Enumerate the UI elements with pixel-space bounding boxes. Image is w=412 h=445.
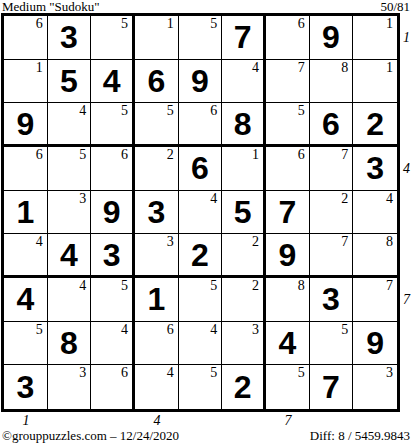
row-band-label-4: 4 [403, 162, 410, 176]
cell-r5c6[interactable]: 5 [222, 191, 266, 235]
pencil-mark: 6 [167, 323, 174, 337]
cell-r6c8[interactable]: 7 [310, 234, 354, 278]
pencil-mark: 6 [121, 148, 128, 162]
cell-r8c6[interactable]: 3 [222, 322, 266, 366]
cell-r1c4[interactable]: 1 [135, 16, 179, 60]
pencil-mark: 4 [167, 366, 174, 380]
cell-r8c7[interactable]: 4 [266, 322, 310, 366]
pencil-mark: 5 [210, 279, 217, 293]
cell-r8c1[interactable]: 5 [4, 322, 48, 366]
cell-r3c3[interactable]: 5 [91, 103, 135, 147]
cell-r7c6[interactable]: 2 [222, 278, 266, 322]
pencil-mark: 5 [167, 104, 174, 118]
pencil-mark: 2 [252, 235, 259, 249]
cell-r4c2[interactable]: 5 [48, 147, 92, 191]
cell-r7c9[interactable]: 7 [353, 278, 397, 322]
cell-r6c4[interactable]: 3 [135, 234, 179, 278]
pencil-mark: 4 [121, 323, 128, 337]
given-digit: 9 [4, 103, 47, 144]
cell-r4c4[interactable]: 2 [135, 147, 179, 191]
cell-r4c7[interactable]: 6 [266, 147, 310, 191]
pencil-mark: 3 [79, 366, 86, 380]
cell-r1c7[interactable]: 6 [266, 16, 310, 60]
cell-r4c6[interactable]: 1 [222, 147, 266, 191]
given-digit: 6 [310, 103, 353, 144]
given-digit: 7 [266, 191, 309, 234]
given-digit: 2 [179, 234, 222, 275]
cell-r8c5[interactable]: 4 [179, 322, 223, 366]
given-digit: 3 [353, 147, 397, 190]
pencil-mark: 5 [121, 279, 128, 293]
pencil-mark: 6 [36, 17, 43, 31]
cell-r9c7[interactable]: 5 [266, 365, 310, 409]
cell-r3c5[interactable]: 6 [179, 103, 223, 147]
cell-r3c1[interactable]: 9 [4, 103, 48, 147]
pencil-mark: 8 [298, 279, 305, 293]
cell-r2c4[interactable]: 6 [135, 60, 179, 104]
cell-r5c4[interactable]: 3 [135, 191, 179, 235]
pencil-mark: 7 [298, 61, 305, 75]
pencil-mark: 5 [341, 323, 348, 337]
pencil-mark: 5 [298, 366, 305, 380]
pencil-mark: 5 [79, 148, 86, 162]
given-digit: 3 [4, 365, 47, 409]
cell-r7c5[interactable]: 5 [179, 278, 223, 322]
given-digit: 7 [222, 16, 263, 59]
pencil-mark: 7 [341, 148, 348, 162]
cell-r2c8[interactable]: 8 [310, 60, 354, 104]
given-digit: 8 [222, 103, 263, 144]
cell-r9c9[interactable]: 3 [353, 365, 397, 409]
col-band-label-1: 1 [23, 414, 30, 428]
cell-r9c6[interactable]: 2 [222, 365, 266, 409]
cell-r6c3[interactable]: 3 [91, 234, 135, 278]
given-digit: 4 [266, 322, 309, 365]
cell-r5c2[interactable]: 3 [48, 191, 92, 235]
cell-r3c6[interactable]: 8 [222, 103, 266, 147]
given-digit: 3 [135, 191, 178, 234]
pencil-mark: 5 [36, 323, 43, 337]
cell-r7c8[interactable]: 3 [310, 278, 354, 322]
cell-r7c1[interactable]: 4 [4, 278, 48, 322]
pencil-mark: 5 [121, 104, 128, 118]
cell-r5c8[interactable]: 2 [310, 191, 354, 235]
pencil-mark: 6 [298, 148, 305, 162]
cell-r6c2[interactable]: 4 [48, 234, 92, 278]
given-digit: 9 [310, 16, 353, 59]
cell-r3c2[interactable]: 4 [48, 103, 92, 147]
pencil-mark: 8 [386, 235, 393, 249]
pencil-mark: 1 [167, 17, 174, 31]
given-digit: 4 [4, 278, 47, 321]
cell-r3c9[interactable]: 2 [353, 103, 397, 147]
given-digit: 4 [48, 234, 91, 275]
cell-r5c1[interactable]: 1 [4, 191, 48, 235]
given-digit: 3 [310, 278, 353, 321]
cell-r3c7[interactable]: 5 [266, 103, 310, 147]
pencil-mark: 1 [252, 148, 259, 162]
pencil-mark: 4 [210, 192, 217, 206]
pencil-mark: 1 [386, 61, 393, 75]
pencil-mark: 7 [341, 235, 348, 249]
cell-r8c3[interactable]: 4 [91, 322, 135, 366]
pencil-mark: 3 [386, 366, 393, 380]
cell-r5c3[interactable]: 9 [91, 191, 135, 235]
cell-r2c5[interactable]: 9 [179, 60, 223, 104]
cell-r3c4[interactable]: 5 [135, 103, 179, 147]
cell-r1c5[interactable]: 5 [179, 16, 223, 60]
given-digit: 9 [266, 234, 309, 275]
cell-r1c6[interactable]: 7 [222, 16, 266, 60]
pencil-mark: 5 [210, 366, 217, 380]
sudoku-board: 6351576911546947819455685626562616731393… [1, 13, 400, 412]
cell-r1c3[interactable]: 5 [91, 16, 135, 60]
cell-r7c7[interactable]: 8 [266, 278, 310, 322]
cell-r9c1[interactable]: 3 [4, 365, 48, 409]
given-digit: 1 [135, 278, 178, 321]
given-digit: 5 [48, 60, 91, 103]
cell-r6c5[interactable]: 2 [179, 234, 223, 278]
cell-r7c4[interactable]: 1 [135, 278, 179, 322]
cell-r7c2[interactable]: 4 [48, 278, 92, 322]
cell-r8c2[interactable]: 8 [48, 322, 92, 366]
pencil-mark: 6 [36, 148, 43, 162]
cell-r8c4[interactable]: 6 [135, 322, 179, 366]
cell-r5c9[interactable]: 4 [353, 191, 397, 235]
cell-r4c5[interactable]: 6 [179, 147, 223, 191]
copyright-text: ©grouppuzzles.com – 12/24/2020 [2, 429, 179, 443]
cell-r2c6[interactable]: 4 [222, 60, 266, 104]
pencil-mark: 2 [167, 148, 174, 162]
cell-r7c3[interactable]: 5 [91, 278, 135, 322]
col-band-label-7: 7 [285, 414, 292, 428]
cell-r6c1[interactable]: 4 [4, 234, 48, 278]
given-digit: 9 [179, 60, 222, 103]
cell-r9c3[interactable]: 6 [91, 365, 135, 409]
cell-r3c8[interactable]: 6 [310, 103, 354, 147]
pencil-mark: 5 [210, 17, 217, 31]
given-digit: 9 [91, 191, 132, 234]
pencil-mark: 3 [252, 323, 259, 337]
pencil-mark: 7 [386, 279, 393, 293]
cell-r2c9[interactable]: 1 [353, 60, 397, 104]
cell-r2c2[interactable]: 5 [48, 60, 92, 104]
given-digit: 8 [48, 322, 91, 365]
cell-r5c5[interactable]: 4 [179, 191, 223, 235]
given-digit: 4 [91, 60, 132, 103]
given-digit: 9 [353, 322, 397, 365]
cell-r1c9[interactable]: 1 [353, 16, 397, 60]
pencil-mark: 4 [386, 192, 393, 206]
pencil-mark: 4 [36, 235, 43, 249]
pencil-mark: 3 [79, 192, 86, 206]
cell-r2c3[interactable]: 4 [91, 60, 135, 104]
cell-r6c6[interactable]: 2 [222, 234, 266, 278]
cell-r4c9[interactable]: 3 [353, 147, 397, 191]
cell-r9c8[interactable]: 7 [310, 365, 354, 409]
page-title: Medium "Sudoku" [2, 0, 100, 13]
pencil-mark: 6 [298, 17, 305, 31]
pencil-mark: 5 [298, 104, 305, 118]
given-digit: 6 [179, 147, 222, 190]
cell-r1c1[interactable]: 6 [4, 16, 48, 60]
cell-r2c7[interactable]: 7 [266, 60, 310, 104]
difficulty-text: Diff: 8 / 5459.9843 [310, 429, 410, 443]
cell-r6c9[interactable]: 8 [353, 234, 397, 278]
puzzle-counter: 50/81 [380, 0, 410, 13]
cell-r8c9[interactable]: 9 [353, 322, 397, 366]
cell-r9c4[interactable]: 4 [135, 365, 179, 409]
given-digit: 2 [353, 103, 397, 144]
given-digit: 3 [48, 16, 91, 59]
cell-r1c2[interactable]: 3 [48, 16, 92, 60]
pencil-mark: 8 [341, 61, 348, 75]
cell-r5c7[interactable]: 7 [266, 191, 310, 235]
cell-r9c2[interactable]: 3 [48, 365, 92, 409]
given-digit: 2 [222, 365, 263, 409]
cell-r4c1[interactable]: 6 [4, 147, 48, 191]
cell-r9c5[interactable]: 5 [179, 365, 223, 409]
pencil-mark: 2 [252, 279, 259, 293]
cell-r4c3[interactable]: 6 [91, 147, 135, 191]
pencil-mark: 4 [79, 279, 86, 293]
pencil-mark: 4 [79, 104, 86, 118]
cell-r8c8[interactable]: 5 [310, 322, 354, 366]
pencil-mark: 1 [386, 17, 393, 31]
pencil-mark: 4 [252, 61, 259, 75]
pencil-mark: 5 [121, 17, 128, 31]
cell-r2c1[interactable]: 1 [4, 60, 48, 104]
given-digit: 5 [222, 191, 263, 234]
col-band-label-4: 4 [154, 414, 161, 428]
pencil-mark: 4 [210, 323, 217, 337]
cell-r6c7[interactable]: 9 [266, 234, 310, 278]
pencil-mark: 2 [341, 192, 348, 206]
pencil-mark: 6 [121, 366, 128, 380]
pencil-mark: 6 [210, 104, 217, 118]
cell-r4c8[interactable]: 7 [310, 147, 354, 191]
given-digit: 3 [91, 234, 132, 275]
row-band-label-1: 1 [403, 31, 410, 45]
given-digit: 1 [4, 191, 47, 234]
given-digit: 7 [310, 365, 353, 409]
page: { "game": "sudoku", "header": { "title":… [0, 0, 412, 445]
given-digit: 6 [135, 60, 178, 103]
cell-r1c8[interactable]: 9 [310, 16, 354, 60]
pencil-mark: 3 [167, 235, 174, 249]
row-band-label-7: 7 [403, 293, 410, 307]
pencil-mark: 1 [36, 61, 43, 75]
